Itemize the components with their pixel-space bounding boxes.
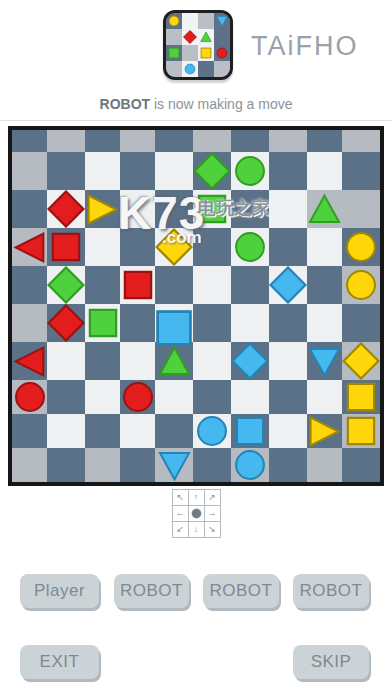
board-cell[interactable] bbox=[342, 266, 380, 304]
board-cell[interactable] bbox=[193, 342, 231, 380]
board-cell[interactable] bbox=[231, 228, 269, 266]
board-cell[interactable] bbox=[269, 152, 307, 190]
board-cell[interactable] bbox=[12, 380, 47, 414]
yellow-square-piece[interactable] bbox=[345, 415, 377, 447]
board-cell[interactable] bbox=[47, 448, 85, 482]
board-cell[interactable] bbox=[47, 152, 85, 190]
red-diamond-piece[interactable] bbox=[47, 190, 85, 228]
board-cell[interactable] bbox=[47, 190, 85, 228]
yellow-triangle-piece[interactable] bbox=[308, 415, 341, 448]
board-cell[interactable] bbox=[269, 228, 307, 266]
yellow-square-piece[interactable] bbox=[345, 381, 377, 413]
board-cell[interactable] bbox=[155, 266, 193, 304]
logo-cell bbox=[166, 61, 182, 77]
board-cell[interactable] bbox=[85, 130, 120, 152]
board-cell[interactable] bbox=[342, 190, 380, 228]
diagram-cell: → bbox=[205, 506, 220, 521]
board-cell[interactable] bbox=[47, 342, 85, 380]
logo-cell bbox=[198, 13, 214, 29]
yellow-circle-piece[interactable] bbox=[344, 230, 378, 264]
green-circle-piece[interactable] bbox=[233, 154, 267, 188]
board-cell[interactable] bbox=[155, 414, 193, 448]
blue-square-piece[interactable] bbox=[154, 308, 194, 348]
app-title: TAiFHO bbox=[251, 31, 359, 62]
board-cell[interactable] bbox=[342, 130, 380, 152]
board-cell[interactable] bbox=[193, 414, 231, 448]
board-cell[interactable] bbox=[85, 342, 120, 380]
logo-cell bbox=[166, 29, 182, 45]
tab-robot-3[interactable]: ROBOT bbox=[293, 574, 369, 608]
circle-move-diagram: ↖↑↗←→↙↓↘ bbox=[172, 489, 221, 538]
red-square-piece[interactable] bbox=[122, 269, 154, 301]
board-cell[interactable] bbox=[85, 266, 120, 304]
app-logo bbox=[163, 10, 233, 80]
board-cell[interactable] bbox=[120, 342, 155, 380]
board-cell[interactable] bbox=[269, 342, 307, 380]
board-cell[interactable] bbox=[307, 152, 342, 190]
blue-circle-piece bbox=[184, 63, 196, 75]
blue-circle-piece[interactable] bbox=[233, 448, 267, 482]
green-triangle-piece[interactable] bbox=[308, 193, 341, 226]
logo-cell bbox=[198, 29, 214, 45]
board-cell[interactable] bbox=[269, 414, 307, 448]
board-cell[interactable] bbox=[12, 304, 47, 342]
board-cell[interactable] bbox=[12, 190, 47, 228]
board-cell[interactable] bbox=[47, 414, 85, 448]
board-cell[interactable] bbox=[307, 130, 342, 152]
circle-icon bbox=[191, 508, 202, 519]
blue-triangle-piece[interactable] bbox=[158, 449, 191, 482]
board-cell[interactable] bbox=[269, 130, 307, 152]
red-diamond-piece bbox=[183, 30, 197, 44]
red-triangle-piece[interactable] bbox=[13, 231, 46, 264]
logo-cell bbox=[166, 45, 182, 61]
board-cell[interactable] bbox=[269, 380, 307, 414]
tab-robot-1[interactable]: ROBOT bbox=[114, 574, 189, 608]
board-cell[interactable] bbox=[231, 304, 269, 342]
green-diamond-piece[interactable] bbox=[47, 266, 85, 304]
red-diamond-piece[interactable] bbox=[47, 304, 85, 342]
board-cell[interactable] bbox=[12, 414, 47, 448]
skip-button[interactable]: SKIP bbox=[293, 645, 369, 679]
board-cell[interactable] bbox=[269, 266, 307, 304]
board-cell[interactable] bbox=[120, 304, 155, 342]
board-cell[interactable] bbox=[342, 342, 380, 380]
green-square-piece[interactable] bbox=[87, 307, 119, 339]
board[interactable] bbox=[8, 126, 384, 486]
board-cell[interactable] bbox=[47, 228, 85, 266]
watermark-cn: 电玩之家 bbox=[198, 196, 270, 220]
board-cell[interactable] bbox=[307, 380, 342, 414]
divider bbox=[0, 120, 392, 121]
board-cell[interactable] bbox=[193, 304, 231, 342]
board-cell[interactable] bbox=[120, 414, 155, 448]
board-cell[interactable] bbox=[342, 380, 380, 414]
diagram-cell bbox=[189, 506, 204, 521]
board-cell[interactable] bbox=[85, 414, 120, 448]
board-cell[interactable] bbox=[12, 448, 47, 482]
logo-cell bbox=[214, 29, 230, 45]
green-triangle-piece bbox=[200, 31, 212, 43]
logo-cell bbox=[198, 61, 214, 77]
board-cell[interactable] bbox=[342, 152, 380, 190]
board-cell[interactable] bbox=[307, 304, 342, 342]
red-circle-piece[interactable] bbox=[13, 380, 47, 414]
board-cell[interactable] bbox=[231, 266, 269, 304]
logo-cell bbox=[214, 13, 230, 29]
board-cell[interactable] bbox=[155, 152, 193, 190]
diagram-cell: ↓ bbox=[189, 522, 204, 537]
board-cell[interactable] bbox=[47, 266, 85, 304]
board-cell[interactable] bbox=[342, 448, 380, 482]
board-cell[interactable] bbox=[155, 380, 193, 414]
blue-triangle-piece[interactable] bbox=[308, 345, 341, 378]
board-cell[interactable] bbox=[231, 414, 269, 448]
board-cell[interactable] bbox=[307, 190, 342, 228]
yellow-circle-piece bbox=[168, 15, 180, 27]
logo-cell bbox=[182, 13, 198, 29]
board-cell[interactable] bbox=[231, 448, 269, 482]
red-circle-piece[interactable] bbox=[121, 380, 155, 414]
board-cell[interactable] bbox=[307, 342, 342, 380]
red-circle-piece bbox=[216, 47, 228, 59]
board-cell[interactable] bbox=[120, 448, 155, 482]
move-diagrams: ↖↑↗←→↙↓↘ bbox=[0, 489, 392, 538]
board-cell[interactable] bbox=[155, 130, 193, 152]
green-circle-piece[interactable] bbox=[233, 230, 267, 264]
yellow-diamond-piece[interactable] bbox=[342, 342, 380, 380]
board-cell[interactable] bbox=[47, 130, 85, 152]
board-cell[interactable] bbox=[85, 380, 120, 414]
blue-diamond-piece[interactable] bbox=[231, 342, 269, 380]
yellow-square-piece bbox=[200, 47, 212, 59]
board-cell[interactable] bbox=[231, 130, 269, 152]
diagram-cell: ↗ bbox=[205, 490, 220, 505]
logo-cell bbox=[182, 29, 198, 45]
board-cell[interactable] bbox=[269, 190, 307, 228]
yellow-triangle-piece[interactable] bbox=[86, 193, 119, 226]
exit-button[interactable]: EXIT bbox=[20, 645, 99, 679]
blue-circle-piece[interactable] bbox=[195, 414, 229, 448]
tab-robot-2[interactable]: ROBOT bbox=[203, 574, 279, 608]
red-square-piece[interactable] bbox=[50, 231, 82, 263]
diagram-cell: ↙ bbox=[173, 522, 188, 537]
board-cell[interactable] bbox=[85, 228, 120, 266]
board-cell[interactable] bbox=[307, 448, 342, 482]
board-cell[interactable] bbox=[12, 228, 47, 266]
diagram-cell: ↑ bbox=[189, 490, 204, 505]
board-cell[interactable] bbox=[231, 152, 269, 190]
board-cell[interactable] bbox=[12, 152, 47, 190]
board-cell[interactable] bbox=[120, 266, 155, 304]
board-cell[interactable] bbox=[12, 342, 47, 380]
board-cell[interactable] bbox=[120, 380, 155, 414]
board-cell[interactable] bbox=[120, 130, 155, 152]
blue-diamond-piece[interactable] bbox=[269, 266, 307, 304]
board-cell[interactable] bbox=[342, 304, 380, 342]
board-cell[interactable] bbox=[12, 266, 47, 304]
logo-cell bbox=[214, 61, 230, 77]
board-cell[interactable] bbox=[193, 130, 231, 152]
board-cell[interactable] bbox=[193, 152, 231, 190]
logo-cell bbox=[182, 61, 198, 77]
screen: TAiFHO ROBOT is now making a move K73 .c… bbox=[0, 0, 392, 696]
board-cell[interactable] bbox=[307, 414, 342, 448]
board-cell[interactable] bbox=[85, 304, 120, 342]
board-cell[interactable] bbox=[47, 304, 85, 342]
board-cell[interactable] bbox=[231, 342, 269, 380]
yellow-circle-piece[interactable] bbox=[344, 268, 378, 302]
board-cell[interactable] bbox=[342, 414, 380, 448]
board-cell[interactable] bbox=[12, 130, 47, 152]
green-square-piece bbox=[168, 47, 180, 59]
diagram-cell: ← bbox=[173, 506, 188, 521]
watermark-suffix: .com bbox=[162, 228, 202, 248]
board-cell[interactable] bbox=[342, 228, 380, 266]
logo-cell bbox=[166, 13, 182, 29]
status-actor: ROBOT bbox=[100, 96, 151, 112]
board-cell[interactable] bbox=[269, 304, 307, 342]
logo-cell bbox=[214, 45, 230, 61]
board-cell[interactable] bbox=[307, 228, 342, 266]
board-cell[interactable] bbox=[47, 380, 85, 414]
board-cell[interactable] bbox=[193, 380, 231, 414]
status-text: ROBOT is now making a move bbox=[0, 96, 392, 112]
blue-square-piece[interactable] bbox=[234, 415, 266, 447]
tab-player[interactable]: Player bbox=[20, 574, 99, 608]
blue-triangle-piece bbox=[216, 15, 228, 27]
board-cell[interactable] bbox=[155, 304, 193, 342]
board-cell[interactable] bbox=[269, 448, 307, 482]
board-cell[interactable] bbox=[155, 448, 193, 482]
board-cell[interactable] bbox=[193, 448, 231, 482]
board-cell[interactable] bbox=[85, 190, 120, 228]
board-cell[interactable] bbox=[85, 152, 120, 190]
logo-cell bbox=[198, 45, 214, 61]
red-triangle-piece[interactable] bbox=[13, 345, 46, 378]
board-cell[interactable] bbox=[120, 152, 155, 190]
status-rest: is now making a move bbox=[150, 96, 292, 112]
logo-cell bbox=[182, 45, 198, 61]
board-cell[interactable] bbox=[85, 448, 120, 482]
green-triangle-piece[interactable] bbox=[158, 345, 191, 378]
board-cell[interactable] bbox=[231, 380, 269, 414]
board-cell[interactable] bbox=[193, 266, 231, 304]
diagram-cell: ↘ bbox=[205, 522, 220, 537]
board-cell[interactable] bbox=[307, 266, 342, 304]
diagram-cell: ↖ bbox=[173, 490, 188, 505]
green-diamond-piece[interactable] bbox=[193, 152, 231, 190]
